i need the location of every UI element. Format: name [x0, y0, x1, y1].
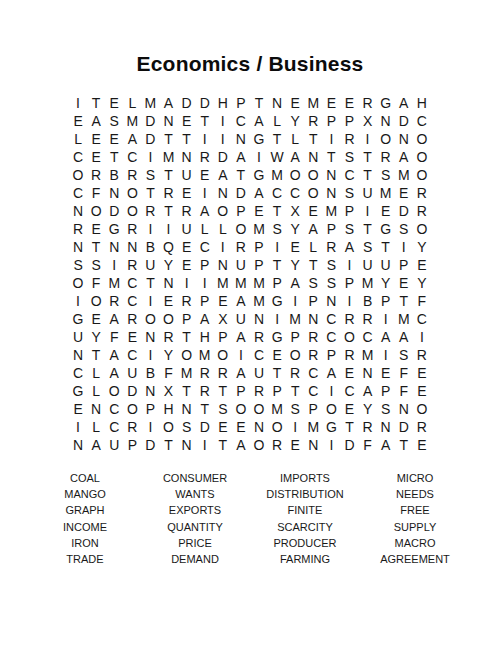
grid-cell: R — [377, 148, 395, 166]
grid-cell: E — [413, 256, 431, 274]
grid-cell: N — [178, 436, 196, 454]
grid-cell: P — [340, 202, 358, 220]
grid-cell: O — [413, 166, 431, 184]
grid-cell: I — [359, 130, 377, 148]
grid-cell: S — [322, 256, 340, 274]
grid-cell: N — [304, 310, 322, 328]
grid-cell: U — [377, 256, 395, 274]
grid-cell: E — [87, 130, 105, 148]
grid-cell: O — [123, 400, 141, 418]
grid-cell: C — [105, 400, 123, 418]
grid-cell: N — [377, 112, 395, 130]
grid-cell: G — [322, 418, 340, 436]
grid-cell: M — [250, 220, 268, 238]
grid-cell: G — [377, 220, 395, 238]
grid-cell: T — [250, 94, 268, 112]
grid-cell: M — [105, 274, 123, 292]
grid-cell: N — [69, 436, 87, 454]
word-list-item: INCOME — [30, 519, 140, 535]
grid-cell: T — [359, 148, 377, 166]
grid-cell: Y — [286, 256, 304, 274]
word-list-item: PRODUCER — [250, 535, 360, 551]
grid-cell: O — [268, 418, 286, 436]
grid-cell: O — [123, 202, 141, 220]
grid-cell: E — [196, 166, 214, 184]
grid-cell: T — [268, 364, 286, 382]
grid-cell: N — [304, 436, 322, 454]
grid-cell: S — [395, 346, 413, 364]
grid-cell: C — [250, 346, 268, 364]
grid-cell: G — [69, 382, 87, 400]
grid-cell: C — [359, 328, 377, 346]
grid-cell: E — [87, 220, 105, 238]
grid-cell: H — [159, 400, 177, 418]
grid-cell: X — [359, 112, 377, 130]
grid-cell: C — [123, 346, 141, 364]
grid-cell: R — [105, 292, 123, 310]
grid-cell: N — [250, 418, 268, 436]
grid-cell: I — [250, 148, 268, 166]
grid-cell: D — [395, 418, 413, 436]
grid-cell: C — [286, 184, 304, 202]
grid-cell: N — [359, 364, 377, 382]
grid-cell: P — [322, 112, 340, 130]
grid-cell: D — [196, 94, 214, 112]
grid-cell: O — [286, 166, 304, 184]
grid-cell: E — [413, 382, 431, 400]
grid-cell: N — [141, 382, 159, 400]
grid-cell: R — [340, 130, 358, 148]
grid-cell: E — [69, 400, 87, 418]
grid-cell: H — [214, 94, 232, 112]
word-list-item: TRADE — [30, 551, 140, 567]
grid-cell: S — [377, 166, 395, 184]
grid-cell: O — [232, 400, 250, 418]
grid-cell: P — [250, 256, 268, 274]
grid-cell: O — [250, 400, 268, 418]
grid-cell: I — [214, 238, 232, 256]
grid-cell: M — [268, 400, 286, 418]
grid-cell: A — [232, 328, 250, 346]
grid-cell: T — [178, 382, 196, 400]
grid-cell: E — [413, 436, 431, 454]
grid-cell: M — [322, 202, 340, 220]
grid-cell: I — [413, 328, 431, 346]
grid-cell: I — [69, 418, 87, 436]
grid-cell: E — [214, 292, 232, 310]
grid-cell: A — [105, 364, 123, 382]
grid-cell: E — [87, 148, 105, 166]
grid-cell: M — [395, 166, 413, 184]
word-list-item: FREE — [360, 502, 470, 518]
grid-cell: D — [141, 112, 159, 130]
grid-cell: N — [105, 184, 123, 202]
grid-cell: C — [322, 310, 340, 328]
grid-cell: T — [377, 238, 395, 256]
grid-cell: T — [268, 202, 286, 220]
grid-cell: U — [123, 364, 141, 382]
grid-cell: M — [250, 292, 268, 310]
grid-cell: O — [286, 346, 304, 364]
grid-cell: R — [123, 418, 141, 436]
grid-cell: R — [178, 292, 196, 310]
grid-cell: R — [250, 382, 268, 400]
word-search-worksheet: Economics / Business ITELMADDHPTNEMEERGA… — [0, 0, 500, 647]
grid-cell: P — [377, 292, 395, 310]
grid-cell: R — [413, 418, 431, 436]
grid-cell: N — [250, 310, 268, 328]
grid-cell: A — [304, 220, 322, 238]
grid-cell: Y — [359, 400, 377, 418]
word-list-item: IRON — [30, 535, 140, 551]
grid-cell: N — [141, 328, 159, 346]
grid-cell: Y — [377, 274, 395, 292]
grid-cell: R — [322, 238, 340, 256]
grid-cell: I — [196, 130, 214, 148]
grid-cell: R — [413, 202, 431, 220]
grid-cell: A — [87, 112, 105, 130]
grid-cell: R — [359, 94, 377, 112]
grid-cell: O — [232, 220, 250, 238]
grid-cell: E — [286, 436, 304, 454]
grid-cell: R — [304, 328, 322, 346]
grid-cell: M — [214, 274, 232, 292]
grid-cell: M — [178, 364, 196, 382]
grid-cell: T — [286, 382, 304, 400]
grid-cell: M — [395, 310, 413, 328]
grid-cell: I — [395, 238, 413, 256]
grid-cell: A — [395, 94, 413, 112]
grid-cell: A — [395, 328, 413, 346]
grid-cell: R — [359, 310, 377, 328]
grid-cell: G — [105, 220, 123, 238]
grid-cell: A — [123, 130, 141, 148]
grid-cell: E — [178, 112, 196, 130]
grid-cell: F — [159, 364, 177, 382]
grid-cell: T — [214, 436, 232, 454]
grid-cell: T — [87, 94, 105, 112]
grid-cell: G — [377, 94, 395, 112]
grid-cell: N — [395, 400, 413, 418]
grid-cell: A — [196, 202, 214, 220]
grid-cell: M — [159, 148, 177, 166]
grid-cell: R — [159, 184, 177, 202]
grid-cell: L — [87, 364, 105, 382]
grid-cell: G — [268, 328, 286, 346]
grid-cell: X — [159, 382, 177, 400]
grid-cell: N — [69, 202, 87, 220]
grid-cell: I — [141, 148, 159, 166]
grid-cell: O — [214, 202, 232, 220]
grid-cell: U — [141, 256, 159, 274]
grid-cell: C — [196, 238, 214, 256]
grid-cell: C — [123, 292, 141, 310]
grid-cell: N — [322, 166, 340, 184]
word-list-item: QUANTITY — [140, 519, 250, 535]
grid-cell: I — [141, 292, 159, 310]
grid-cell: I — [286, 292, 304, 310]
grid-cell: D — [105, 202, 123, 220]
grid-cell: R — [196, 382, 214, 400]
grid-cell: E — [178, 256, 196, 274]
grid-cell: N — [178, 400, 196, 418]
grid-cell: E — [178, 238, 196, 256]
grid-cell: U — [178, 220, 196, 238]
grid-cell: D — [141, 436, 159, 454]
grid-cell: N — [232, 130, 250, 148]
grid-cell: I — [214, 130, 232, 148]
grid-cell: L — [196, 220, 214, 238]
grid-cell: P — [286, 328, 304, 346]
grid-cell: C — [268, 184, 286, 202]
grid-cell: E — [413, 364, 431, 382]
grid-cell: S — [178, 418, 196, 436]
grid-cell: D — [340, 436, 358, 454]
grid-cell: R — [340, 346, 358, 364]
grid-cell: P — [340, 274, 358, 292]
grid-cell: M — [141, 94, 159, 112]
grid-cell: E — [159, 292, 177, 310]
grid-cell: F — [87, 274, 105, 292]
grid-cell: T — [340, 418, 358, 436]
grid-cell: R — [214, 364, 232, 382]
grid-cell: R — [196, 364, 214, 382]
grid-cell: A — [377, 328, 395, 346]
grid-cell: E — [286, 238, 304, 256]
grid-cell: S — [87, 256, 105, 274]
word-list-item: NEEDS — [360, 486, 470, 502]
grid-cell: C — [69, 364, 87, 382]
grid-cell: E — [232, 418, 250, 436]
grid-cell: E — [377, 364, 395, 382]
grid-cell: T — [87, 238, 105, 256]
grid-cell: S — [214, 400, 232, 418]
grid-cell: M — [359, 346, 377, 364]
grid-cell: I — [196, 436, 214, 454]
grid-cell: M — [304, 94, 322, 112]
grid-cell: F — [359, 436, 377, 454]
grid-cell: T — [304, 130, 322, 148]
grid-cell: P — [268, 382, 286, 400]
grid-cell: F — [395, 382, 413, 400]
grid-cell: E — [304, 202, 322, 220]
grid-cell: S — [322, 274, 340, 292]
grid-cell: C — [413, 310, 431, 328]
grid-cell: A — [250, 112, 268, 130]
grid-cell: R — [250, 328, 268, 346]
grid-cell: S — [359, 238, 377, 256]
grid-cell: P — [304, 400, 322, 418]
grid-cell: N — [214, 184, 232, 202]
grid-cell: A — [214, 166, 232, 184]
grid-cell: I — [178, 274, 196, 292]
grid-cell: P — [250, 238, 268, 256]
grid-cell: D — [395, 202, 413, 220]
grid-cell: M — [359, 274, 377, 292]
grid-cell: S — [69, 256, 87, 274]
grid-cell: P — [232, 94, 250, 112]
grid-cell: O — [413, 130, 431, 148]
grid-cell: D — [232, 184, 250, 202]
grid-cell: I — [141, 220, 159, 238]
grid-cell: P — [196, 256, 214, 274]
grid-cell: L — [304, 238, 322, 256]
grid-cell: I — [105, 256, 123, 274]
grid-cell: O — [214, 346, 232, 364]
grid-cell: A — [359, 382, 377, 400]
grid-cell: X — [286, 202, 304, 220]
word-list-item: AGREEMENT — [360, 551, 470, 567]
grid-cell: T — [141, 184, 159, 202]
grid-cell: P — [196, 292, 214, 310]
grid-cell: N — [69, 238, 87, 256]
grid-cell: O — [87, 292, 105, 310]
grid-cell: C — [322, 328, 340, 346]
grid-cell: O — [159, 310, 177, 328]
grid-cell: G — [250, 166, 268, 184]
grid-cell: N — [395, 130, 413, 148]
grid-cell: D — [214, 148, 232, 166]
grid-cell: L — [214, 220, 232, 238]
grid-cell: M — [286, 310, 304, 328]
grid-cell: O — [322, 400, 340, 418]
grid-cell: C — [413, 112, 431, 130]
grid-cell: Y — [159, 346, 177, 364]
grid-cell: U — [69, 328, 87, 346]
grid-cell: N — [69, 346, 87, 364]
grid-cell: N — [322, 184, 340, 202]
grid-cell: A — [340, 238, 358, 256]
grid-cell: U — [250, 364, 268, 382]
grid-cell: R — [123, 166, 141, 184]
grid-cell: I — [322, 382, 340, 400]
grid-cell: T — [322, 148, 340, 166]
grid-cell: O — [123, 184, 141, 202]
grid-cell: C — [340, 382, 358, 400]
grid-cell: O — [413, 220, 431, 238]
word-list-item: GRAPH — [30, 502, 140, 518]
grid-cell: T — [141, 274, 159, 292]
grid-cell: E — [340, 364, 358, 382]
grid-cell: T — [268, 256, 286, 274]
grid-cell: O — [377, 130, 395, 148]
grid-cell: A — [232, 364, 250, 382]
grid-cell: S — [340, 184, 358, 202]
grid-cell: R — [178, 202, 196, 220]
grid-cell: T — [214, 382, 232, 400]
grid-cell: T — [232, 166, 250, 184]
grid-cell: I — [359, 202, 377, 220]
grid-cell: N — [268, 94, 286, 112]
grid-cell: A — [286, 148, 304, 166]
grid-cell: C — [69, 148, 87, 166]
grid-cell: N — [159, 112, 177, 130]
grid-cell: O — [413, 400, 431, 418]
grid-cell: I — [141, 418, 159, 436]
word-list-item: DISTRIBUTION — [250, 486, 360, 502]
grid-cell: F — [395, 364, 413, 382]
grid-cell: R — [359, 418, 377, 436]
grid-cell: A — [196, 310, 214, 328]
grid-cell: O — [304, 166, 322, 184]
grid-cell: Y — [286, 112, 304, 130]
word-list-item: WANTS — [140, 486, 250, 502]
grid-cell: P — [268, 274, 286, 292]
grid-cell: E — [105, 130, 123, 148]
word-list: COALCONSUMERIMPORTSMICROMANGOWANTSDISTRI… — [30, 470, 470, 567]
grid-cell: A — [232, 148, 250, 166]
grid-cell: O — [105, 382, 123, 400]
grid-cell: X — [214, 310, 232, 328]
grid-cell: E — [268, 346, 286, 364]
grid-cell: A — [286, 274, 304, 292]
grid-cell: A — [250, 184, 268, 202]
grid-cell: T — [304, 256, 322, 274]
grid-cell: Y — [413, 274, 431, 292]
grid-cell: S — [304, 274, 322, 292]
grid-cell: F — [105, 328, 123, 346]
grid-cell: O — [69, 274, 87, 292]
grid-cell: P — [123, 436, 141, 454]
grid-cell: T — [395, 292, 413, 310]
grid-cell: Y — [286, 220, 304, 238]
grid-cell: N — [304, 148, 322, 166]
grid-cell: O — [159, 418, 177, 436]
grid-cell: T — [87, 346, 105, 364]
grid-cell: I — [322, 130, 340, 148]
grid-cell: D — [196, 418, 214, 436]
grid-cell: E — [377, 202, 395, 220]
grid-cell: E — [250, 202, 268, 220]
grid-cell: E — [105, 94, 123, 112]
grid-cell: C — [340, 166, 358, 184]
grid-cell: E — [395, 184, 413, 202]
grid-cell: T — [359, 220, 377, 238]
grid-cell: D — [395, 112, 413, 130]
grid-cell: G — [69, 310, 87, 328]
grid-cell: T — [395, 436, 413, 454]
word-list-item: PRICE — [140, 535, 250, 551]
grid-cell: M — [304, 418, 322, 436]
grid-cell: I — [377, 310, 395, 328]
grid-cell: E — [340, 94, 358, 112]
grid-cell: P — [322, 220, 340, 238]
grid-cell: H — [196, 328, 214, 346]
grid-cell: E — [214, 418, 232, 436]
grid-cell: E — [322, 94, 340, 112]
grid-cell: P — [232, 202, 250, 220]
grid-cell: P — [340, 112, 358, 130]
word-list-item: MICRO — [360, 470, 470, 486]
grid-cell: M — [250, 274, 268, 292]
grid-cell: U — [359, 184, 377, 202]
grid-cell: N — [159, 274, 177, 292]
grid-cell: R — [268, 436, 286, 454]
grid-cell: I — [377, 346, 395, 364]
grid-cell: R — [159, 328, 177, 346]
grid-cell: H — [413, 94, 431, 112]
grid-cell: S — [340, 220, 358, 238]
grid-cell: I — [196, 184, 214, 202]
grid-cell: E — [123, 328, 141, 346]
grid-cell: U — [232, 256, 250, 274]
grid-cell: D — [178, 94, 196, 112]
grid-cell: L — [286, 130, 304, 148]
grid-cell: N — [322, 292, 340, 310]
grid-cell: T — [359, 166, 377, 184]
grid-cell: C — [232, 112, 250, 130]
grid-cell: L — [87, 382, 105, 400]
